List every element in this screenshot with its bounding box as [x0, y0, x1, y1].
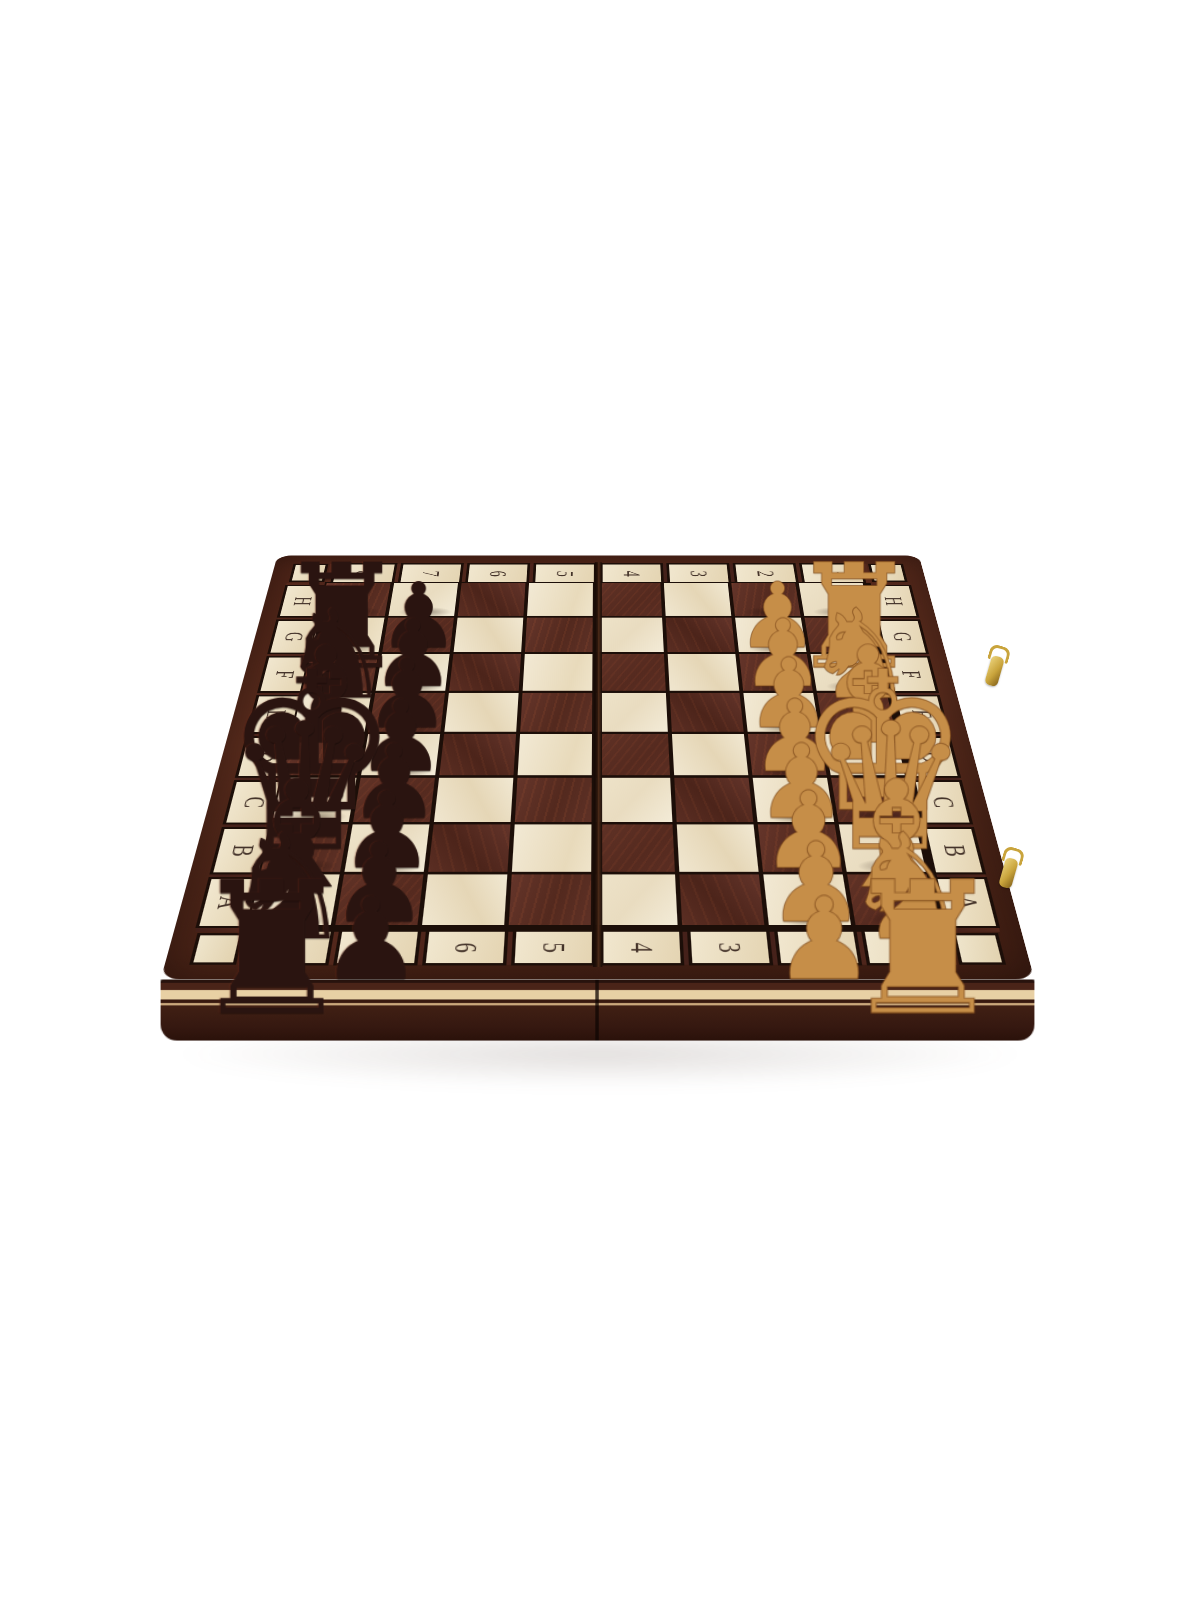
- square-c5: [513, 777, 594, 824]
- coord-label-back-2: 2: [753, 571, 778, 577]
- coord-cell-back-1: 1: [802, 565, 864, 583]
- square-h3: [662, 582, 733, 616]
- coord-cell-back-5: 5: [535, 565, 594, 583]
- coord-cell-back-4: 4: [603, 565, 662, 583]
- coord-cell-front-5: 5: [515, 932, 592, 963]
- coord-label-back-1: 1: [820, 571, 845, 577]
- coord-label-back-3: 3: [686, 571, 710, 577]
- coord-label-front-3: 3: [714, 942, 746, 952]
- coord-label-back-4: 4: [620, 571, 644, 577]
- square-b5: [510, 823, 594, 873]
- square-a5: [506, 873, 593, 927]
- piece-contact-shadow: [813, 607, 868, 617]
- coord-cell-right-H: H: [871, 586, 916, 616]
- coord-label-front-6: 6: [450, 942, 482, 952]
- perspective-wrapper: 8877665544332211HHGGFFEEDDCCBBAA ♜♞♝♛♚♝♞…: [0, 0, 1200, 1600]
- square-c4: [594, 777, 675, 824]
- border-corner-cell: [292, 565, 326, 581]
- coord-label-left-H: H: [289, 597, 315, 606]
- white-rook-a1: ♜: [808, 862, 1038, 1036]
- folding-chess-board: 8877665544332211HHGGFFEEDDCCBBAA ♜♞♝♛♚♝♞…: [161, 556, 1035, 980]
- square-f4: [594, 653, 668, 692]
- black-rook-a8: ♜: [157, 862, 387, 1036]
- square-g3: [664, 617, 737, 653]
- square-f5: [521, 653, 595, 692]
- fold-seam: [593, 562, 602, 967]
- coord-label-front-4: 4: [626, 942, 658, 952]
- coord-label-back-6: 6: [486, 571, 510, 577]
- piece-contact-shadow: [744, 607, 798, 617]
- coord-cell-back-8: 8: [333, 565, 395, 583]
- square-g5: [523, 617, 595, 653]
- coord-label-back-8: 8: [352, 571, 377, 577]
- square-b4: [593, 823, 677, 873]
- square-h5: [525, 582, 594, 616]
- coord-label-right-H: H: [880, 597, 906, 606]
- square-d5: [515, 733, 594, 777]
- square-h6: [456, 582, 527, 616]
- coord-label-back-5: 5: [553, 571, 577, 577]
- coord-cell-front-4: 4: [603, 932, 680, 963]
- product-photo-stage: 8877665544332211HHGGFFEEDDCCBBAA ♜♞♝♛♚♝♞…: [0, 0, 1200, 1600]
- coord-cell-back-6: 6: [468, 565, 528, 583]
- square-d4: [594, 733, 672, 777]
- square-e4: [594, 692, 670, 733]
- square-e5: [518, 692, 594, 733]
- coord-label-front-5: 5: [538, 942, 570, 952]
- coord-cell-back-3: 3: [669, 565, 729, 583]
- coord-cell-back-2: 2: [735, 565, 796, 583]
- coord-label-back-7: 7: [419, 571, 444, 577]
- square-a4: [593, 873, 680, 927]
- square-h4: [595, 582, 664, 616]
- square-g4: [594, 617, 665, 653]
- square-g6: [452, 617, 526, 653]
- border-corner-cell: [871, 565, 905, 581]
- coord-cell-back-7: 7: [400, 565, 461, 583]
